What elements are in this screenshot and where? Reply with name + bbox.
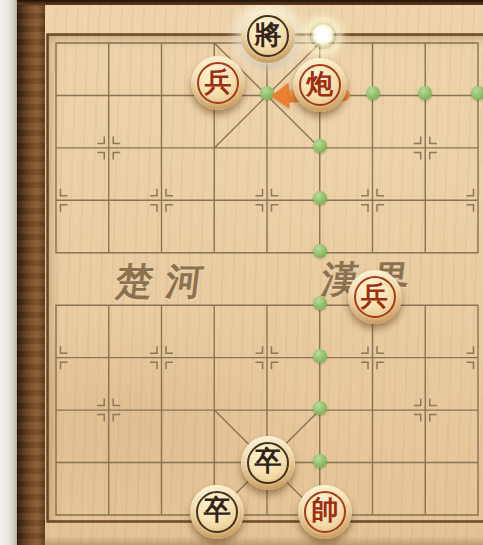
piece-red-soldier-g6[interactable]: 兵 — [348, 270, 402, 324]
move-hint-dot-f6[interactable] — [313, 296, 327, 310]
arrow-head — [271, 83, 290, 109]
move-hint-dot-f3[interactable] — [313, 139, 327, 153]
move-hint-dot-f9[interactable] — [313, 454, 327, 468]
highlight-orb[interactable] — [307, 20, 339, 52]
piece-character: 將 — [241, 9, 295, 63]
river-label-chu-he: 楚河 — [113, 257, 219, 307]
screen-left-edge — [0, 0, 17, 545]
piece-red-soldier-d2[interactable]: 兵 — [191, 56, 245, 110]
piece-character: 兵 — [191, 56, 245, 110]
piece-character: 卒 — [241, 436, 295, 490]
piece-character: 帥 — [298, 485, 352, 539]
move-hint-dot-i2[interactable] — [471, 86, 483, 100]
table-wood-left-band — [17, 0, 45, 545]
move-hint-dot-h2[interactable] — [418, 86, 432, 100]
move-hint-dot-f4[interactable] — [313, 191, 327, 205]
xiangqi-app-screen: 楚河 漢界 將兵炮兵卒卒帥 — [0, 0, 483, 545]
piece-black-soldier-e9[interactable]: 卒 — [241, 436, 295, 490]
move-hint-dot-g2[interactable] — [366, 86, 380, 100]
piece-character: 炮 — [293, 58, 347, 112]
piece-character: 卒 — [190, 485, 244, 539]
board-surface[interactable]: 楚河 漢界 將兵炮兵卒卒帥 — [0, 0, 483, 545]
piece-black-general-e1[interactable]: 將 — [241, 9, 295, 63]
move-hint-dot-f8[interactable] — [313, 401, 327, 415]
piece-red-general-f10[interactable]: 帥 — [298, 485, 352, 539]
piece-black-soldier-d10[interactable]: 卒 — [190, 485, 244, 539]
piece-character: 兵 — [348, 270, 402, 324]
move-hint-dot-f5[interactable] — [313, 244, 327, 258]
piece-red-cannon-f2[interactable]: 炮 — [293, 58, 347, 112]
table-wood-top-band — [17, 0, 483, 5]
move-hint-dot-f7[interactable] — [313, 349, 327, 363]
